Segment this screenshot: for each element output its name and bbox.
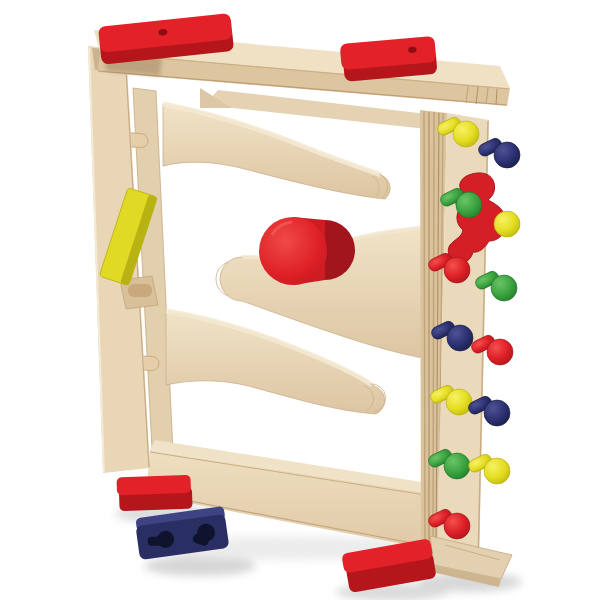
peg-ball — [446, 389, 472, 415]
peg-ball — [484, 458, 510, 484]
red-disc — [259, 217, 355, 285]
peg-ball — [484, 400, 510, 426]
peg-ball — [494, 211, 520, 237]
toy-illustration — [0, 0, 600, 600]
peg-ball — [491, 275, 517, 301]
peg-ball — [453, 121, 479, 147]
peg-ball — [494, 142, 520, 168]
peg-ball — [487, 339, 513, 365]
peg-ball — [444, 453, 470, 479]
peg-ball — [456, 192, 482, 218]
product-photo — [0, 0, 600, 600]
peg-yellow-4 — [494, 211, 520, 237]
peg-ball — [444, 257, 470, 283]
peg-ball — [444, 513, 470, 539]
red-foot-left — [116, 475, 192, 512]
peg-ball — [447, 325, 473, 351]
